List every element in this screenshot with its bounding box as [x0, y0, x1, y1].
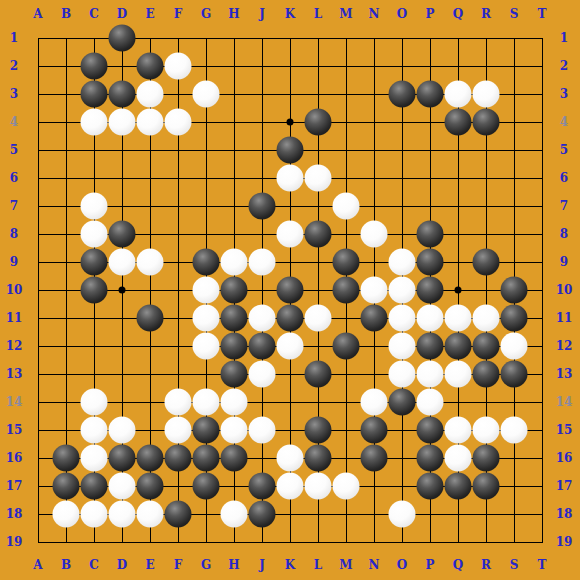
black-stone	[305, 417, 332, 444]
black-stone	[249, 501, 276, 528]
column-label-top: Q	[453, 8, 463, 20]
black-stone	[137, 53, 164, 80]
white-stone	[389, 249, 416, 276]
white-stone	[305, 305, 332, 332]
column-label-top: J	[259, 8, 265, 20]
black-stone	[333, 277, 360, 304]
white-stone	[445, 445, 472, 472]
column-label-top: D	[117, 8, 127, 20]
white-stone	[193, 81, 220, 108]
row-label-right: 10	[556, 284, 573, 296]
column-label-top: K	[285, 8, 295, 20]
black-stone	[445, 333, 472, 360]
black-stone	[473, 473, 500, 500]
white-stone	[81, 193, 108, 220]
grid-line-vertical	[542, 38, 543, 543]
white-stone	[109, 249, 136, 276]
white-stone	[81, 445, 108, 472]
column-label-top: C	[89, 8, 99, 20]
black-stone	[81, 249, 108, 276]
black-stone	[417, 81, 444, 108]
black-stone	[501, 305, 528, 332]
column-label-bottom: H	[228, 559, 239, 571]
row-label-left: 6	[10, 172, 18, 184]
row-label-right: 9	[560, 256, 568, 268]
black-stone	[417, 277, 444, 304]
white-stone	[305, 165, 332, 192]
row-label-right: 19	[556, 536, 573, 548]
black-stone	[445, 473, 472, 500]
black-stone	[473, 249, 500, 276]
row-label-right: 1	[560, 32, 568, 44]
black-stone	[305, 109, 332, 136]
black-stone	[333, 333, 360, 360]
white-stone	[137, 109, 164, 136]
black-stone	[81, 473, 108, 500]
white-stone	[277, 445, 304, 472]
black-stone	[501, 277, 528, 304]
column-label-bottom: T	[538, 559, 547, 571]
row-label-right: 15	[556, 424, 573, 436]
black-stone	[221, 305, 248, 332]
column-label-bottom: M	[339, 559, 352, 571]
white-stone	[193, 277, 220, 304]
column-label-bottom: N	[369, 559, 380, 571]
column-label-bottom: D	[117, 559, 127, 571]
column-label-bottom: A	[33, 559, 42, 571]
black-stone	[221, 333, 248, 360]
black-stone	[277, 305, 304, 332]
white-stone	[473, 417, 500, 444]
black-stone	[193, 445, 220, 472]
row-label-left: 8	[10, 228, 18, 240]
white-stone	[109, 417, 136, 444]
column-label-top: A	[33, 8, 42, 20]
black-stone	[361, 445, 388, 472]
white-stone	[193, 389, 220, 416]
white-stone	[249, 305, 276, 332]
white-stone	[221, 389, 248, 416]
black-stone	[249, 473, 276, 500]
white-stone	[445, 361, 472, 388]
black-stone	[417, 473, 444, 500]
white-stone	[249, 249, 276, 276]
black-stone	[193, 417, 220, 444]
row-label-left: 9	[10, 256, 18, 268]
row-label-right: 3	[560, 88, 568, 100]
row-label-right: 2	[560, 60, 568, 72]
black-stone	[137, 445, 164, 472]
white-stone	[81, 389, 108, 416]
black-stone	[501, 361, 528, 388]
row-label-left: 17	[6, 480, 23, 492]
black-stone	[109, 25, 136, 52]
black-stone	[109, 221, 136, 248]
column-label-bottom: Q	[453, 559, 463, 571]
star-point	[119, 287, 126, 294]
column-label-top: N	[369, 8, 380, 20]
column-label-top: B	[61, 8, 71, 20]
white-stone	[333, 473, 360, 500]
white-stone	[165, 389, 192, 416]
row-label-right: 6	[560, 172, 568, 184]
black-stone	[277, 277, 304, 304]
black-stone	[473, 361, 500, 388]
star-point	[455, 287, 462, 294]
black-stone	[109, 81, 136, 108]
column-label-top: M	[339, 8, 352, 20]
row-label-right: 17	[556, 480, 573, 492]
black-stone	[445, 109, 472, 136]
black-stone	[389, 81, 416, 108]
black-stone	[417, 333, 444, 360]
black-stone	[81, 81, 108, 108]
white-stone	[417, 361, 444, 388]
black-stone	[221, 361, 248, 388]
white-stone	[305, 473, 332, 500]
white-stone	[445, 81, 472, 108]
black-stone	[361, 305, 388, 332]
white-stone	[137, 81, 164, 108]
black-stone	[193, 473, 220, 500]
row-label-left: 7	[10, 200, 18, 212]
black-stone	[417, 417, 444, 444]
white-stone	[137, 501, 164, 528]
white-stone	[389, 305, 416, 332]
white-stone	[445, 417, 472, 444]
grid-line-horizontal	[38, 542, 543, 543]
white-stone	[501, 417, 528, 444]
white-stone	[389, 361, 416, 388]
star-point	[287, 119, 294, 126]
row-label-left: 14	[6, 396, 23, 408]
column-label-bottom: O	[397, 559, 407, 571]
row-label-left: 11	[6, 312, 23, 324]
black-stone	[277, 137, 304, 164]
white-stone	[109, 109, 136, 136]
black-stone	[165, 445, 192, 472]
white-stone	[277, 473, 304, 500]
white-stone	[137, 249, 164, 276]
white-stone	[473, 305, 500, 332]
white-stone	[389, 333, 416, 360]
white-stone	[361, 221, 388, 248]
black-stone	[193, 249, 220, 276]
row-label-left: 1	[10, 32, 18, 44]
row-label-left: 5	[10, 144, 18, 156]
row-label-right: 14	[556, 396, 573, 408]
column-label-top: S	[510, 8, 519, 20]
white-stone	[165, 417, 192, 444]
black-stone	[473, 109, 500, 136]
black-stone	[221, 277, 248, 304]
column-label-bottom: K	[285, 559, 295, 571]
black-stone	[249, 193, 276, 220]
white-stone	[277, 333, 304, 360]
row-label-left: 16	[6, 452, 23, 464]
row-label-right: 12	[556, 340, 573, 352]
black-stone	[137, 473, 164, 500]
black-stone	[389, 389, 416, 416]
black-stone	[109, 445, 136, 472]
row-label-right: 11	[556, 312, 573, 324]
white-stone	[221, 501, 248, 528]
column-label-top: T	[538, 8, 547, 20]
row-label-left: 10	[6, 284, 23, 296]
white-stone	[361, 389, 388, 416]
white-stone	[221, 249, 248, 276]
black-stone	[473, 445, 500, 472]
column-label-top: O	[397, 8, 407, 20]
white-stone	[81, 221, 108, 248]
row-label-left: 18	[6, 508, 23, 520]
column-label-top: R	[481, 8, 491, 20]
black-stone	[53, 473, 80, 500]
column-label-bottom: S	[510, 559, 519, 571]
black-stone	[417, 249, 444, 276]
black-stone	[473, 333, 500, 360]
grid-line-horizontal	[38, 402, 543, 403]
black-stone	[81, 277, 108, 304]
go-board[interactable]: AABBCCDDEEFFGGHHJJKKLLMMNNOOPPQQRRSSTT11…	[0, 0, 580, 580]
column-label-bottom: E	[145, 559, 154, 571]
row-label-right: 8	[560, 228, 568, 240]
white-stone	[361, 277, 388, 304]
column-label-bottom: C	[89, 559, 99, 571]
row-label-right: 7	[560, 200, 568, 212]
column-label-top: P	[425, 8, 434, 20]
column-label-top: G	[201, 8, 211, 20]
black-stone	[333, 249, 360, 276]
row-label-left: 3	[10, 88, 18, 100]
white-stone	[81, 417, 108, 444]
white-stone	[389, 277, 416, 304]
white-stone	[277, 165, 304, 192]
column-label-top: F	[174, 8, 183, 20]
white-stone	[389, 501, 416, 528]
white-stone	[81, 501, 108, 528]
row-label-left: 4	[10, 116, 18, 128]
black-stone	[417, 445, 444, 472]
black-stone	[81, 53, 108, 80]
black-stone	[165, 501, 192, 528]
column-label-bottom: P	[425, 559, 434, 571]
black-stone	[417, 221, 444, 248]
row-label-left: 12	[6, 340, 23, 352]
white-stone	[165, 109, 192, 136]
white-stone	[193, 333, 220, 360]
white-stone	[193, 305, 220, 332]
column-label-top: E	[145, 8, 154, 20]
black-stone	[305, 221, 332, 248]
white-stone	[501, 333, 528, 360]
row-label-right: 16	[556, 452, 573, 464]
black-stone	[249, 333, 276, 360]
white-stone	[221, 417, 248, 444]
column-label-bottom: J	[259, 559, 265, 571]
black-stone	[53, 445, 80, 472]
column-label-bottom: L	[314, 559, 322, 571]
row-label-right: 4	[560, 116, 568, 128]
black-stone	[137, 305, 164, 332]
white-stone	[417, 305, 444, 332]
row-label-right: 13	[556, 368, 573, 380]
white-stone	[473, 81, 500, 108]
black-stone	[305, 361, 332, 388]
row-label-left: 2	[10, 60, 18, 72]
black-stone	[221, 445, 248, 472]
white-stone	[53, 501, 80, 528]
row-label-right: 18	[556, 508, 573, 520]
column-label-bottom: R	[481, 559, 491, 571]
white-stone	[333, 193, 360, 220]
column-label-bottom: G	[201, 559, 211, 571]
white-stone	[109, 501, 136, 528]
row-label-left: 19	[6, 536, 23, 548]
white-stone	[445, 305, 472, 332]
white-stone	[249, 361, 276, 388]
column-label-top: H	[228, 8, 239, 20]
column-label-top: L	[314, 8, 322, 20]
row-label-right: 5	[560, 144, 568, 156]
white-stone	[249, 417, 276, 444]
black-stone	[361, 417, 388, 444]
column-label-bottom: B	[61, 559, 71, 571]
black-stone	[305, 445, 332, 472]
row-label-left: 13	[6, 368, 23, 380]
row-label-left: 15	[6, 424, 23, 436]
white-stone	[277, 221, 304, 248]
white-stone	[81, 109, 108, 136]
column-label-bottom: F	[174, 559, 183, 571]
white-stone	[109, 473, 136, 500]
white-stone	[165, 53, 192, 80]
white-stone	[417, 389, 444, 416]
